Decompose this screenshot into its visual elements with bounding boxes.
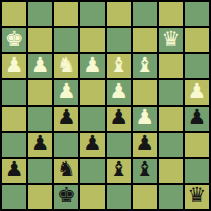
black-pawn-icon: ♟ [31, 133, 50, 154]
square-c7[interactable] [54, 28, 78, 52]
square-f2[interactable]: ♝ [133, 159, 157, 183]
square-e5[interactable]: ♟ [107, 80, 131, 104]
square-h3[interactable] [185, 133, 209, 157]
white-bishop-icon: ♝ [135, 55, 154, 76]
square-h4[interactable]: ♟ [185, 107, 209, 131]
square-e1[interactable] [107, 185, 131, 209]
black-bishop-icon: ♝ [109, 159, 128, 180]
white-pawn-icon: ♟ [31, 55, 50, 76]
square-d4[interactable] [80, 107, 104, 131]
square-d5[interactable] [80, 80, 104, 104]
square-g2[interactable] [159, 159, 183, 183]
white-queen-icon: ♛ [161, 29, 180, 50]
square-d3[interactable]: ♟ [80, 133, 104, 157]
square-e3[interactable] [107, 133, 131, 157]
square-a6[interactable]: ♟ [2, 54, 26, 78]
square-h7[interactable] [185, 28, 209, 52]
square-h2[interactable] [185, 159, 209, 183]
white-pawn-icon: ♟ [83, 55, 102, 76]
square-a2[interactable]: ♟ [2, 159, 26, 183]
square-a3[interactable] [2, 133, 26, 157]
square-e4[interactable]: ♟ [107, 107, 131, 131]
square-c4[interactable]: ♟ [54, 107, 78, 131]
square-g8[interactable] [159, 2, 183, 26]
square-b2[interactable] [28, 159, 52, 183]
square-g4[interactable] [159, 107, 183, 131]
square-e2[interactable]: ♝ [107, 159, 131, 183]
black-pawn-icon: ♟ [135, 133, 154, 154]
white-pawn-icon: ♟ [5, 55, 24, 76]
square-f5[interactable] [133, 80, 157, 104]
square-e8[interactable] [107, 2, 131, 26]
square-c2[interactable]: ♞ [54, 159, 78, 183]
white-bishop-icon: ♝ [109, 55, 128, 76]
square-g3[interactable] [159, 133, 183, 157]
square-d6[interactable]: ♟ [80, 54, 104, 78]
square-f6[interactable]: ♝ [133, 54, 157, 78]
black-king-icon: ♚ [57, 185, 76, 206]
square-g7[interactable]: ♛ [159, 28, 183, 52]
square-f8[interactable] [133, 2, 157, 26]
square-d1[interactable] [80, 185, 104, 209]
black-queen-icon: ♛ [188, 185, 207, 206]
white-pawn-icon: ♟ [109, 81, 128, 102]
square-a5[interactable] [2, 80, 26, 104]
square-a4[interactable] [2, 107, 26, 131]
square-c3[interactable] [54, 133, 78, 157]
white-pawn-icon: ♟ [57, 81, 76, 102]
square-h5[interactable]: ♟ [185, 80, 209, 104]
black-knight-icon: ♞ [57, 159, 76, 180]
white-pawn-icon: ♟ [135, 107, 154, 128]
chess-board: ♚♛♟♟♞♟♝♝♟♟♟♟♟♟♟♟♟♟♟♞♝♝♚♛ [0, 0, 211, 211]
square-d2[interactable] [80, 159, 104, 183]
square-e7[interactable] [107, 28, 131, 52]
square-b6[interactable]: ♟ [28, 54, 52, 78]
black-pawn-icon: ♟ [5, 159, 24, 180]
square-d8[interactable] [80, 2, 104, 26]
square-c8[interactable] [54, 2, 78, 26]
square-a8[interactable] [2, 2, 26, 26]
square-b7[interactable] [28, 28, 52, 52]
white-pawn-icon: ♟ [188, 81, 207, 102]
square-c1[interactable]: ♚ [54, 185, 78, 209]
black-bishop-icon: ♝ [135, 159, 154, 180]
square-a1[interactable] [2, 185, 26, 209]
black-pawn-icon: ♟ [57, 107, 76, 128]
square-f7[interactable] [133, 28, 157, 52]
square-f4[interactable]: ♟ [133, 107, 157, 131]
square-h1[interactable]: ♛ [185, 185, 209, 209]
square-h8[interactable] [185, 2, 209, 26]
square-h6[interactable] [185, 54, 209, 78]
square-f3[interactable]: ♟ [133, 133, 157, 157]
black-pawn-icon: ♟ [83, 133, 102, 154]
square-g6[interactable] [159, 54, 183, 78]
square-b3[interactable]: ♟ [28, 133, 52, 157]
square-c6[interactable]: ♞ [54, 54, 78, 78]
square-b5[interactable] [28, 80, 52, 104]
black-pawn-icon: ♟ [188, 107, 207, 128]
square-g5[interactable] [159, 80, 183, 104]
square-g1[interactable] [159, 185, 183, 209]
square-d7[interactable] [80, 28, 104, 52]
square-b4[interactable] [28, 107, 52, 131]
white-king-icon: ♚ [5, 29, 24, 50]
black-pawn-icon: ♟ [109, 107, 128, 128]
square-c5[interactable]: ♟ [54, 80, 78, 104]
square-f1[interactable] [133, 185, 157, 209]
white-knight-icon: ♞ [57, 55, 76, 76]
square-e6[interactable]: ♝ [107, 54, 131, 78]
square-a7[interactable]: ♚ [2, 28, 26, 52]
square-b8[interactable] [28, 2, 52, 26]
square-b1[interactable] [28, 185, 52, 209]
